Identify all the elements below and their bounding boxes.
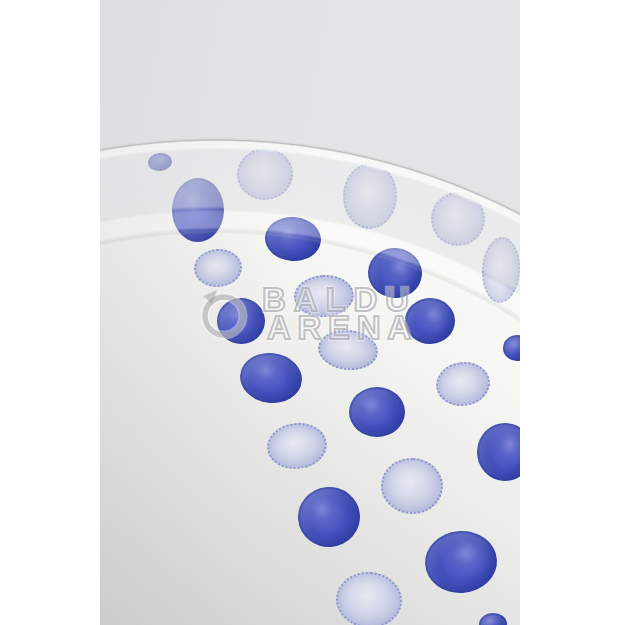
painted-dot-dark xyxy=(423,529,499,596)
painted-dot-dark xyxy=(171,178,224,243)
painted-dot-light xyxy=(380,456,445,515)
painted-dot-dark xyxy=(405,298,456,345)
painted-dot-light xyxy=(434,359,493,409)
painted-dot-light xyxy=(334,570,404,625)
painted-dot-dark xyxy=(503,335,520,361)
painted-dot-dark xyxy=(366,246,424,301)
painted-dot-dark xyxy=(478,612,507,625)
painted-dot-light xyxy=(265,420,329,472)
painted-dot-light xyxy=(480,236,520,304)
left-white-bar xyxy=(0,0,100,625)
painted-dot-light xyxy=(234,145,295,203)
painted-dot-dark xyxy=(237,349,305,406)
painted-dot-light xyxy=(342,162,398,230)
painted-dot-dark xyxy=(296,484,363,549)
painted-dot-light xyxy=(293,273,355,318)
painted-dot-dark xyxy=(349,387,405,437)
plate-photo: BALDU ARENA BALDU ARENA xyxy=(100,0,520,625)
right-white-bar xyxy=(520,0,625,625)
painted-dot-dark xyxy=(264,215,323,263)
painted-dot-dark xyxy=(216,297,266,345)
painted-dot-dark xyxy=(147,152,173,173)
product-photo-page: { "scene": { "type": "product-photo", "s… xyxy=(0,0,625,625)
painted-dot-light xyxy=(193,247,244,288)
painted-dot-light xyxy=(429,190,488,249)
dot-pattern xyxy=(100,0,520,625)
painted-dot-dark xyxy=(476,422,520,482)
painted-dot-light xyxy=(316,327,380,373)
